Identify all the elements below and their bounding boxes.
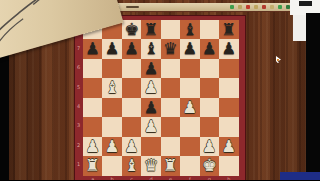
rank-label-2: 2 (77, 143, 82, 148)
piece-black-rook[interactable]: ♜ (141, 20, 160, 39)
square-d3[interactable]: ♟ (141, 117, 160, 136)
square-h3[interactable] (219, 117, 238, 136)
file-label-f: f (187, 177, 193, 181)
file-label-a: a (90, 177, 96, 181)
square-d4[interactable]: ♟ (141, 98, 160, 117)
piece-white-pawn[interactable]: ♟ (83, 137, 102, 156)
file-label-c: c (129, 177, 135, 181)
piece-black-pawn[interactable]: ♟ (141, 98, 160, 117)
square-g1[interactable]: ♚ (200, 156, 219, 175)
square-e7[interactable]: ♛ (161, 39, 180, 58)
left-black-strip (0, 48, 9, 180)
rank-label-7: 7 (77, 46, 82, 51)
corner-black-mark (299, 1, 312, 6)
toolbar-icon-4[interactable] (254, 5, 258, 9)
square-c5[interactable] (122, 78, 141, 97)
square-a1[interactable]: ♜ (83, 156, 102, 175)
square-a7[interactable]: ♟ (83, 39, 102, 58)
square-b3[interactable] (102, 117, 121, 136)
file-label-g: g (206, 177, 212, 181)
square-g7[interactable]: ♟ (200, 39, 219, 58)
file-label-h: h (226, 177, 232, 181)
square-f1[interactable] (180, 156, 199, 175)
video-frame: ♚♜♝♜♟♟♟♝♛♟♟♟♟♝♟♟♟♟♟♟♟♟♟♜♝♛♜♚ 87654321 ab… (0, 0, 320, 180)
square-d6[interactable]: ♟ (141, 59, 160, 78)
square-f2[interactable] (180, 137, 199, 156)
square-g6[interactable] (200, 59, 219, 78)
piece-black-queen[interactable]: ♛ (161, 39, 180, 58)
square-c4[interactable] (122, 98, 141, 117)
rank-label-3: 3 (77, 123, 82, 128)
square-f4[interactable]: ♟ (180, 98, 199, 117)
rank-label-4: 4 (77, 104, 82, 109)
rank-label-5: 5 (77, 85, 82, 90)
square-h2[interactable]: ♟ (219, 137, 238, 156)
square-e1[interactable]: ♜ (161, 156, 180, 175)
toolbar-icon-7[interactable] (278, 5, 282, 9)
piece-white-king[interactable]: ♚ (200, 156, 219, 175)
square-b6[interactable] (102, 59, 121, 78)
toolbar-icon-2[interactable] (238, 5, 242, 9)
square-f6[interactable] (180, 59, 199, 78)
piece-black-pawn[interactable]: ♟ (141, 59, 160, 78)
piece-white-pawn[interactable]: ♟ (141, 78, 160, 97)
square-a3[interactable] (83, 117, 102, 136)
piece-black-rook[interactable]: ♜ (219, 20, 238, 39)
square-b7[interactable]: ♟ (102, 39, 121, 58)
piece-black-pawn[interactable]: ♟ (83, 39, 102, 58)
board-grid: ♚♜♝♜♟♟♟♝♛♟♟♟♟♝♟♟♟♟♟♟♟♟♟♜♝♛♜♚ (83, 20, 239, 176)
square-d7[interactable]: ♝ (141, 39, 160, 58)
rank-label-1: 1 (77, 162, 82, 167)
rank-label-6: 6 (77, 65, 82, 70)
square-e3[interactable] (161, 117, 180, 136)
square-e5[interactable] (161, 78, 180, 97)
piece-white-pawn[interactable]: ♟ (200, 137, 219, 156)
square-e2[interactable] (161, 137, 180, 156)
square-f8[interactable]: ♝ (180, 20, 199, 39)
piece-white-pawn[interactable]: ♟ (141, 117, 160, 136)
piece-white-queen[interactable]: ♛ (141, 156, 160, 175)
square-h4[interactable] (219, 98, 238, 117)
square-b4[interactable] (102, 98, 121, 117)
square-a2[interactable]: ♟ (83, 137, 102, 156)
right-black-strip (306, 13, 320, 180)
square-h5[interactable] (219, 78, 238, 97)
square-c3[interactable] (122, 117, 141, 136)
square-c6[interactable] (122, 59, 141, 78)
square-g4[interactable] (200, 98, 219, 117)
square-g5[interactable] (200, 78, 219, 97)
piece-white-pawn[interactable]: ♟ (219, 137, 238, 156)
toolbar-icon-1[interactable] (230, 5, 234, 9)
piece-white-rook[interactable]: ♜ (83, 156, 102, 175)
square-e6[interactable] (161, 59, 180, 78)
square-f5[interactable] (180, 78, 199, 97)
square-g2[interactable]: ♟ (200, 137, 219, 156)
piece-black-pawn[interactable]: ♟ (122, 39, 141, 58)
square-c1[interactable]: ♝ (122, 156, 141, 175)
square-g8[interactable] (200, 20, 219, 39)
file-label-b: b (109, 177, 115, 181)
piece-white-pawn[interactable]: ♟ (180, 98, 199, 117)
piece-black-pawn[interactable]: ♟ (180, 39, 199, 58)
square-g3[interactable] (200, 117, 219, 136)
toolbar-icon-5[interactable] (262, 5, 266, 9)
piece-black-bishop[interactable]: ♝ (141, 39, 160, 58)
piece-white-bishop[interactable]: ♝ (102, 78, 121, 97)
square-h7[interactable]: ♟ (219, 39, 238, 58)
square-h6[interactable] (219, 59, 238, 78)
square-f3[interactable] (180, 117, 199, 136)
file-label-d: d (148, 177, 154, 181)
topbar-mark-3 (126, 6, 139, 8)
piece-white-rook[interactable]: ♜ (161, 156, 180, 175)
square-d2[interactable] (141, 137, 160, 156)
piece-white-pawn[interactable]: ♟ (102, 137, 121, 156)
square-a4[interactable] (83, 98, 102, 117)
square-e4[interactable] (161, 98, 180, 117)
chess-board: ♚♜♝♜♟♟♟♝♛♟♟♟♟♝♟♟♟♟♟♟♟♟♟♜♝♛♜♚ 87654321 ab… (75, 16, 245, 180)
piece-black-king[interactable]: ♚ (122, 20, 141, 39)
square-c7[interactable]: ♟ (122, 39, 141, 58)
square-h8[interactable]: ♜ (219, 20, 238, 39)
square-f7[interactable]: ♟ (180, 39, 199, 58)
square-b5[interactable]: ♝ (102, 78, 121, 97)
square-b1[interactable] (102, 156, 121, 175)
file-label-e: e (168, 177, 174, 181)
piece-white-bishop[interactable]: ♝ (122, 156, 141, 175)
square-d5[interactable]: ♟ (141, 78, 160, 97)
square-d8[interactable]: ♜ (141, 20, 160, 39)
square-a6[interactable] (83, 59, 102, 78)
piece-black-pawn[interactable]: ♟ (219, 39, 238, 58)
square-d1[interactable]: ♛ (141, 156, 160, 175)
square-b2[interactable]: ♟ (102, 137, 121, 156)
square-c2[interactable]: ♟ (122, 137, 141, 156)
browser-white-edge (293, 15, 306, 41)
square-c8[interactable]: ♚ (122, 20, 141, 39)
piece-black-pawn[interactable]: ♟ (200, 39, 219, 58)
piece-black-pawn[interactable]: ♟ (102, 39, 121, 58)
square-a5[interactable] (83, 78, 102, 97)
toolbar-icon-6[interactable] (270, 5, 274, 9)
square-h1[interactable] (219, 156, 238, 175)
bottom-blue-bar (280, 172, 320, 180)
square-e8[interactable] (161, 20, 180, 39)
toolbar-icon-3[interactable] (246, 5, 250, 9)
piece-black-bishop[interactable]: ♝ (180, 20, 199, 39)
piece-white-pawn[interactable]: ♟ (122, 137, 141, 156)
